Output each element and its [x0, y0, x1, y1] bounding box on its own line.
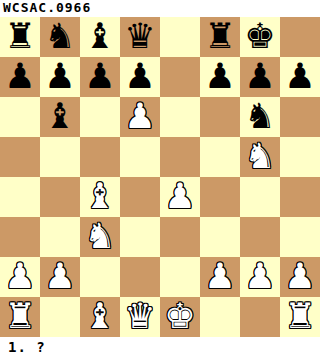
square-a7[interactable]: ♟ [0, 57, 40, 97]
square-c2[interactable] [80, 257, 120, 297]
piece-white-pawn[interactable]: ♟ [44, 256, 75, 296]
piece-black-rook[interactable]: ♜ [204, 16, 235, 56]
square-g2[interactable]: ♟ [240, 257, 280, 297]
square-f1[interactable] [200, 297, 240, 337]
square-c3[interactable]: ♞ [80, 217, 120, 257]
square-b4[interactable] [40, 177, 80, 217]
square-g4[interactable] [240, 177, 280, 217]
move-prompt: 1. ? [0, 337, 320, 360]
square-d2[interactable] [120, 257, 160, 297]
square-b2[interactable]: ♟ [40, 257, 80, 297]
piece-white-pawn[interactable]: ♟ [124, 96, 155, 136]
square-f2[interactable]: ♟ [200, 257, 240, 297]
square-a5[interactable] [0, 137, 40, 177]
square-g7[interactable]: ♟ [240, 57, 280, 97]
square-d5[interactable] [120, 137, 160, 177]
square-a3[interactable] [0, 217, 40, 257]
square-f8[interactable]: ♜ [200, 17, 240, 57]
square-h7[interactable]: ♟ [280, 57, 320, 97]
square-d7[interactable]: ♟ [120, 57, 160, 97]
square-g3[interactable] [240, 217, 280, 257]
square-d4[interactable] [120, 177, 160, 217]
piece-white-pawn[interactable]: ♟ [244, 256, 275, 296]
square-g1[interactable] [240, 297, 280, 337]
square-h2[interactable]: ♟ [280, 257, 320, 297]
piece-black-bishop[interactable]: ♝ [44, 96, 75, 136]
square-d1[interactable]: ♛ [120, 297, 160, 337]
square-h3[interactable] [280, 217, 320, 257]
square-a6[interactable] [0, 97, 40, 137]
square-b7[interactable]: ♟ [40, 57, 80, 97]
square-f3[interactable] [200, 217, 240, 257]
piece-black-knight[interactable]: ♞ [244, 96, 275, 136]
square-e8[interactable] [160, 17, 200, 57]
piece-white-king[interactable]: ♚ [164, 296, 195, 336]
square-f6[interactable] [200, 97, 240, 137]
piece-white-bishop[interactable]: ♝ [84, 296, 115, 336]
piece-white-knight[interactable]: ♞ [244, 136, 275, 176]
square-d3[interactable] [120, 217, 160, 257]
square-e7[interactable] [160, 57, 200, 97]
square-h1[interactable]: ♜ [280, 297, 320, 337]
square-c5[interactable] [80, 137, 120, 177]
piece-white-rook[interactable]: ♜ [4, 296, 35, 336]
square-g5[interactable]: ♞ [240, 137, 280, 177]
piece-black-king[interactable]: ♚ [244, 16, 275, 56]
piece-white-rook[interactable]: ♜ [284, 296, 315, 336]
square-c4[interactable]: ♝ [80, 177, 120, 217]
square-g6[interactable]: ♞ [240, 97, 280, 137]
piece-black-pawn[interactable]: ♟ [4, 56, 35, 96]
piece-black-knight[interactable]: ♞ [44, 16, 75, 56]
square-c7[interactable]: ♟ [80, 57, 120, 97]
square-e5[interactable] [160, 137, 200, 177]
square-e6[interactable] [160, 97, 200, 137]
piece-black-pawn[interactable]: ♟ [284, 56, 315, 96]
square-d6[interactable]: ♟ [120, 97, 160, 137]
square-a8[interactable]: ♜ [0, 17, 40, 57]
piece-black-bishop[interactable]: ♝ [84, 16, 115, 56]
square-c8[interactable]: ♝ [80, 17, 120, 57]
piece-white-queen[interactable]: ♛ [124, 296, 155, 336]
square-e2[interactable] [160, 257, 200, 297]
piece-black-pawn[interactable]: ♟ [244, 56, 275, 96]
square-h8[interactable] [280, 17, 320, 57]
square-e1[interactable]: ♚ [160, 297, 200, 337]
piece-black-pawn[interactable]: ♟ [84, 56, 115, 96]
square-a4[interactable] [0, 177, 40, 217]
piece-white-pawn[interactable]: ♟ [4, 256, 35, 296]
piece-white-bishop[interactable]: ♝ [84, 176, 115, 216]
square-b6[interactable]: ♝ [40, 97, 80, 137]
square-b8[interactable]: ♞ [40, 17, 80, 57]
piece-white-pawn[interactable]: ♟ [284, 256, 315, 296]
square-c6[interactable] [80, 97, 120, 137]
square-e4[interactable]: ♟ [160, 177, 200, 217]
square-a2[interactable]: ♟ [0, 257, 40, 297]
piece-white-pawn[interactable]: ♟ [164, 176, 195, 216]
square-f7[interactable]: ♟ [200, 57, 240, 97]
square-g8[interactable]: ♚ [240, 17, 280, 57]
square-a1[interactable]: ♜ [0, 297, 40, 337]
square-h6[interactable] [280, 97, 320, 137]
square-f4[interactable] [200, 177, 240, 217]
chess-app-window: WCSAC.0966 ♜♞♝♛♜♚♟♟♟♟♟♟♟♝♟♞♞♝♟♞♟♟♟♟♟♜♝♛♚… [0, 0, 320, 360]
piece-white-knight[interactable]: ♞ [84, 216, 115, 256]
window-title: WCSAC.0966 [0, 0, 320, 17]
piece-black-pawn[interactable]: ♟ [44, 56, 75, 96]
square-e3[interactable] [160, 217, 200, 257]
piece-white-pawn[interactable]: ♟ [204, 256, 235, 296]
piece-black-queen[interactable]: ♛ [124, 16, 155, 56]
square-b1[interactable] [40, 297, 80, 337]
square-h4[interactable] [280, 177, 320, 217]
square-b5[interactable] [40, 137, 80, 177]
piece-black-pawn[interactable]: ♟ [204, 56, 235, 96]
piece-black-rook[interactable]: ♜ [4, 16, 35, 56]
square-b3[interactable] [40, 217, 80, 257]
piece-black-pawn[interactable]: ♟ [124, 56, 155, 96]
square-f5[interactable] [200, 137, 240, 177]
square-h5[interactable] [280, 137, 320, 177]
square-d8[interactable]: ♛ [120, 17, 160, 57]
square-c1[interactable]: ♝ [80, 297, 120, 337]
chess-board: ♜♞♝♛♜♚♟♟♟♟♟♟♟♝♟♞♞♝♟♞♟♟♟♟♟♜♝♛♚♜ [0, 17, 320, 337]
